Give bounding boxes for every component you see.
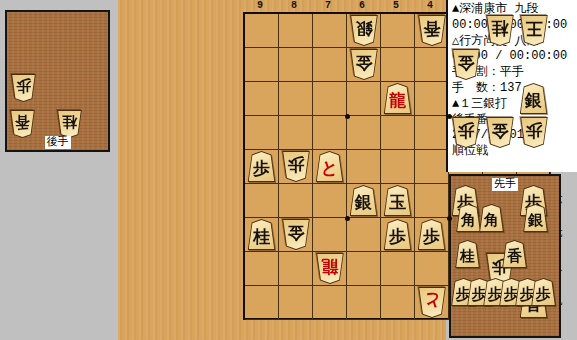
square-7七[interactable] — [313, 218, 347, 252]
piece-shape: 歩 — [452, 117, 480, 148]
piece-shape: 香 — [502, 240, 527, 268]
piece-kanji: 銀 — [528, 209, 543, 227]
piece-shape: 歩 — [11, 74, 36, 102]
piece-face: 龍 — [385, 84, 411, 113]
square-6七[interactable] — [347, 218, 381, 252]
piece-face: 玉 — [385, 186, 411, 215]
piece-kanji: 桂 — [460, 245, 475, 263]
piece-kanji: 銀 — [355, 21, 372, 41]
piece-gote-knight[interactable]: 桂 — [486, 15, 514, 46]
info-sente-player: ▲深浦康市 九段 — [452, 2, 577, 18]
square-4六[interactable] — [415, 184, 449, 218]
square-6一[interactable]: 銀 — [347, 14, 381, 48]
piece-kanji: 角 — [484, 209, 499, 227]
piece-face: 金 — [453, 50, 479, 79]
gote-piece-stand: 後手 歩香桂 — [5, 10, 110, 152]
square-7四[interactable] — [313, 116, 347, 150]
piece-face: 王 — [521, 16, 547, 45]
square-9一[interactable] — [245, 14, 279, 48]
square-2四[interactable]: 金 — [483, 116, 517, 150]
piece-shape: 角 — [456, 204, 481, 232]
piece-kanji: 龍 — [389, 89, 406, 109]
piece-face: 歩 — [521, 118, 547, 147]
piece-kanji: 銀 — [355, 191, 372, 211]
file-label-8: 8 — [277, 0, 311, 12]
square-8二[interactable] — [279, 48, 313, 82]
square-8一[interactable] — [279, 14, 313, 48]
piece-face: 香 — [11, 111, 34, 137]
piece-kanji: 銀 — [525, 89, 542, 109]
piece-kanji: 桂 — [62, 115, 77, 133]
square-9二[interactable] — [245, 48, 279, 82]
shogi-app: { "game": "shogi", "info_panel": { "line… — [0, 0, 577, 340]
piece-shape: 桂 — [455, 240, 480, 268]
piece-kanji: 歩 — [423, 225, 440, 245]
piece-face: 桂 — [58, 111, 81, 137]
piece-gote-dragon[interactable]: 龍 — [316, 253, 344, 284]
piece-shape: 角 — [479, 204, 504, 232]
piece-hand-knight[interactable]: 桂 — [455, 240, 480, 268]
piece-shape: 香 — [418, 15, 446, 46]
piece-shape: 龍 — [384, 83, 412, 114]
square-4四[interactable] — [415, 116, 449, 150]
star-point — [345, 114, 350, 119]
piece-kanji: と — [321, 157, 338, 177]
piece-gote-king[interactable]: 王 — [520, 15, 548, 46]
square-5一[interactable] — [381, 14, 415, 48]
piece-face: 歩 — [532, 279, 555, 305]
piece-kanji: 金 — [287, 225, 304, 245]
piece-hand-knight[interactable]: 桂 — [57, 110, 82, 138]
piece-face: と — [317, 152, 343, 181]
piece-sente-silver[interactable]: 銀 — [350, 185, 378, 216]
star-point — [447, 216, 452, 221]
square-8四[interactable] — [279, 116, 313, 150]
piece-sente-knight[interactable]: 桂 — [248, 219, 276, 250]
piece-shape: と — [418, 287, 446, 318]
piece-face: と — [419, 288, 445, 317]
info-move-count: 手 数：137 — [452, 81, 577, 97]
piece-face: 金 — [487, 118, 513, 147]
square-7五[interactable]: と — [313, 150, 347, 184]
piece-gote-pawn[interactable]: 歩 — [282, 151, 310, 182]
gote-stand-label: 後手 — [45, 136, 71, 149]
square-4七[interactable]: 歩 — [415, 218, 449, 252]
square-5四[interactable] — [381, 116, 415, 150]
piece-sente-silver[interactable]: 銀 — [520, 83, 548, 114]
piece-shape: 歩 — [531, 278, 556, 306]
square-4一[interactable]: 香 — [415, 14, 449, 48]
piece-shape: 銀 — [350, 15, 378, 46]
piece-kanji: 歩 — [525, 123, 542, 143]
piece-gote-gold[interactable]: 金 — [350, 49, 378, 80]
piece-face: 歩 — [453, 118, 479, 147]
piece-face: 歩 — [419, 220, 445, 249]
piece-kanji: 歩 — [457, 123, 474, 143]
piece-shape: と — [316, 151, 344, 182]
piece-shape: 桂 — [248, 219, 276, 250]
piece-face: 桂 — [456, 241, 479, 267]
piece-face: 金 — [351, 50, 377, 79]
piece-hand-lance[interactable]: 香 — [502, 240, 527, 268]
piece-shape: 香 — [10, 110, 35, 138]
square-6三[interactable] — [347, 82, 381, 116]
square-5五[interactable] — [381, 150, 415, 184]
square-4三[interactable] — [415, 82, 449, 116]
piece-kanji: 歩 — [389, 225, 406, 245]
star-point — [447, 114, 452, 119]
piece-sente-pawn[interactable]: 歩 — [418, 219, 446, 250]
square-6二[interactable]: 金 — [347, 48, 381, 82]
file-label-9: 9 — [243, 0, 277, 12]
square-6六[interactable]: 銀 — [347, 184, 381, 218]
piece-face: 龍 — [317, 254, 343, 283]
piece-hand-bishop[interactable]: 角 — [456, 204, 481, 232]
piece-face: 歩 — [249, 152, 275, 181]
square-9八[interactable] — [245, 252, 279, 286]
square-7九[interactable] — [313, 286, 347, 320]
piece-shape: 金 — [452, 49, 480, 80]
square-5七[interactable]: 歩 — [381, 218, 415, 252]
square-6五[interactable] — [347, 150, 381, 184]
piece-sente-pawn[interactable]: 歩 — [248, 151, 276, 182]
piece-kanji: 桂 — [491, 21, 508, 41]
piece-hand-silver[interactable]: 銀 — [523, 204, 548, 232]
square-6九[interactable] — [347, 286, 381, 320]
square-9四[interactable] — [245, 116, 279, 150]
piece-kanji: 金 — [491, 123, 508, 143]
piece-kanji: 角 — [461, 209, 476, 227]
square-3四[interactable]: 歩 — [449, 116, 483, 150]
piece-gote-lance[interactable]: 香 — [418, 15, 446, 46]
piece-kanji: 金 — [355, 55, 372, 75]
piece-face: 香 — [419, 16, 445, 45]
square-5九[interactable] — [381, 286, 415, 320]
piece-shape: 銀 — [523, 204, 548, 232]
piece-kanji: 玉 — [389, 191, 406, 211]
info-last-move: ▲１三銀打 まで — [452, 97, 577, 113]
square-4二[interactable] — [415, 48, 449, 82]
square-8五[interactable]: 歩 — [279, 150, 313, 184]
piece-shape: 桂 — [57, 110, 82, 138]
piece-kanji: 香 — [423, 21, 440, 41]
square-9三[interactable] — [245, 82, 279, 116]
star-point — [345, 216, 350, 221]
piece-gote-gold[interactable]: 金 — [452, 49, 480, 80]
piece-shape: 金 — [350, 49, 378, 80]
square-7二[interactable] — [313, 48, 347, 82]
piece-face: 香 — [503, 241, 526, 267]
square-4八[interactable] — [415, 252, 449, 286]
square-2一[interactable]: 桂 — [483, 14, 517, 48]
piece-kanji: 金 — [457, 55, 474, 75]
file-label-7: 7 — [311, 0, 345, 12]
piece-shape: 桂 — [486, 15, 514, 46]
piece-kanji: 王 — [525, 21, 542, 41]
piece-hand-pawn[interactable]: 歩 — [531, 278, 556, 306]
piece-kanji: 歩 — [253, 157, 270, 177]
square-8七[interactable]: 金 — [279, 218, 313, 252]
piece-face: 銀 — [524, 205, 547, 231]
piece-sente-tokin[interactable]: と — [316, 151, 344, 182]
square-7三[interactable] — [313, 82, 347, 116]
square-7一[interactable] — [313, 14, 347, 48]
square-9七[interactable]: 桂 — [245, 218, 279, 252]
square-5三[interactable]: 龍 — [381, 82, 415, 116]
piece-kanji: 香 — [15, 115, 30, 133]
piece-face: 桂 — [487, 16, 513, 45]
piece-gote-gold[interactable]: 金 — [282, 219, 310, 250]
file-label-6: 6 — [345, 0, 379, 12]
piece-shape: 玉 — [384, 185, 412, 216]
square-4五[interactable] — [415, 150, 449, 184]
square-5二[interactable] — [381, 48, 415, 82]
file-label-4: 4 — [413, 0, 447, 12]
piece-shape: 歩 — [248, 151, 276, 182]
piece-kanji: 歩 — [287, 157, 304, 177]
piece-sente-pawn[interactable]: 歩 — [384, 219, 412, 250]
square-4九[interactable]: と — [415, 286, 449, 320]
piece-kanji: 歩 — [536, 283, 551, 301]
square-3二[interactable]: 金 — [449, 48, 483, 82]
sente-stand-label: 先手 — [492, 178, 518, 191]
piece-hand-pawn[interactable]: 歩 — [11, 74, 36, 102]
piece-shape: 歩 — [520, 117, 548, 148]
piece-face: 角 — [457, 205, 480, 231]
info-gote-player: △行方尚史 八段 — [452, 34, 577, 50]
square-8三[interactable] — [279, 82, 313, 116]
piece-gote-pawn[interactable]: 歩 — [520, 117, 548, 148]
piece-face: 銀 — [351, 186, 377, 215]
info-sente-time: 00:00 / 00:00:00 — [452, 18, 577, 34]
piece-gote-gold[interactable]: 金 — [486, 117, 514, 148]
square-5六[interactable]: 玉 — [381, 184, 415, 218]
square-1四[interactable]: 歩 — [517, 116, 551, 150]
piece-face: 銀 — [351, 16, 377, 45]
piece-gote-tokin[interactable]: と — [418, 287, 446, 318]
square-7六[interactable] — [313, 184, 347, 218]
piece-face: 歩 — [283, 152, 309, 181]
square-9六[interactable] — [245, 184, 279, 218]
square-7八[interactable]: 龍 — [313, 252, 347, 286]
square-8九[interactable] — [279, 286, 313, 320]
piece-face: 銀 — [521, 84, 547, 113]
piece-hand-bishop[interactable]: 角 — [479, 204, 504, 232]
piece-shape: 銀 — [520, 83, 548, 114]
piece-gote-pawn[interactable]: 歩 — [452, 117, 480, 148]
piece-kanji: 歩 — [16, 79, 31, 97]
piece-face: 歩 — [385, 220, 411, 249]
piece-sente-dragon[interactable]: 龍 — [384, 83, 412, 114]
piece-shape: 銀 — [350, 185, 378, 216]
piece-shape: 歩 — [384, 219, 412, 250]
piece-hand-lance[interactable]: 香 — [10, 110, 35, 138]
square-8六[interactable] — [279, 184, 313, 218]
piece-kanji: と — [423, 293, 440, 313]
piece-kanji: 龍 — [321, 259, 338, 279]
piece-shape: 金 — [486, 117, 514, 148]
piece-shape: 王 — [520, 15, 548, 46]
file-label-5: 5 — [379, 0, 413, 12]
piece-face: 桂 — [249, 220, 275, 249]
piece-sente-king[interactable]: 玉 — [384, 185, 412, 216]
square-9九[interactable] — [245, 286, 279, 320]
piece-shape: 金 — [282, 219, 310, 250]
piece-shape: 歩 — [282, 151, 310, 182]
square-1一[interactable]: 王 — [517, 14, 551, 48]
square-9五[interactable]: 歩 — [245, 150, 279, 184]
piece-shape: 歩 — [418, 219, 446, 250]
square-6四[interactable] — [347, 116, 381, 150]
board-panel: 987654321 一二三四五六七八九 銀香桂王金金龍銀歩金歩歩歩と銀玉歩歩桂金… — [118, 0, 446, 340]
piece-kanji: 香 — [507, 245, 522, 263]
square-1三[interactable]: 銀 — [517, 82, 551, 116]
piece-gote-silver[interactable]: 銀 — [350, 15, 378, 46]
piece-face: 金 — [283, 220, 309, 249]
piece-face: 角 — [480, 205, 503, 231]
square-6八[interactable] — [347, 252, 381, 286]
piece-face: 歩 — [12, 75, 35, 101]
square-5八[interactable] — [381, 252, 415, 286]
piece-shape: 龍 — [316, 253, 344, 284]
piece-kanji: 桂 — [253, 225, 270, 245]
square-8八[interactable] — [279, 252, 313, 286]
